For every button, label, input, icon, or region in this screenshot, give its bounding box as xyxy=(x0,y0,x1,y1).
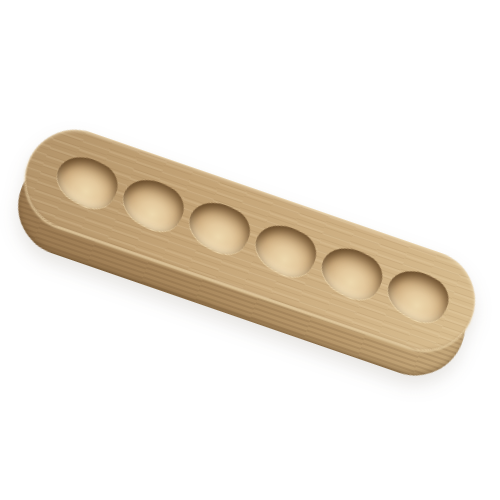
photo-stage xyxy=(0,0,500,500)
pit-6[interactable] xyxy=(380,260,456,330)
pit-3[interactable] xyxy=(181,192,257,262)
pit-2[interactable] xyxy=(115,169,191,239)
pit-5[interactable] xyxy=(314,238,390,308)
board xyxy=(12,116,489,364)
pit-4[interactable] xyxy=(248,215,324,285)
pit-1[interactable] xyxy=(49,146,125,216)
